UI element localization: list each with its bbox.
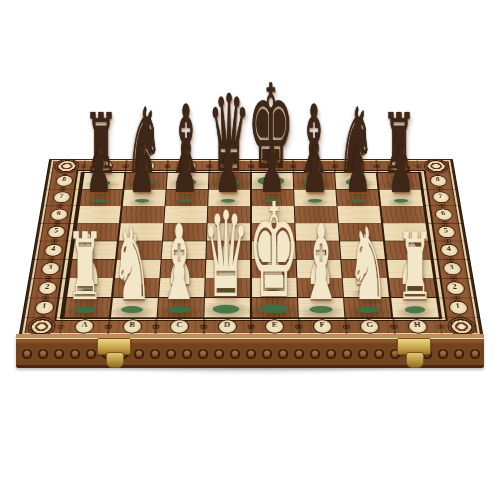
file-label-bottom-a: A bbox=[60, 318, 110, 335]
square-e4 bbox=[252, 241, 295, 259]
square-g7 bbox=[337, 189, 380, 205]
square-c6 bbox=[164, 206, 207, 223]
square-f2 bbox=[297, 278, 342, 297]
square-f7 bbox=[294, 189, 336, 205]
coordinate-label: E bbox=[265, 319, 284, 333]
square-d1 bbox=[205, 298, 250, 317]
square-d7 bbox=[209, 189, 251, 205]
square-e8 bbox=[252, 173, 293, 189]
square-b8 bbox=[124, 173, 166, 189]
square-e3 bbox=[252, 260, 296, 278]
square-f5 bbox=[295, 224, 338, 241]
square-h8 bbox=[377, 173, 420, 189]
coordinate-label: E bbox=[263, 160, 280, 171]
file-label-top-e: E bbox=[251, 159, 293, 172]
file-label-top-h: H bbox=[376, 159, 419, 172]
square-c2 bbox=[159, 278, 204, 297]
square-g6 bbox=[338, 206, 381, 223]
square-a6 bbox=[77, 206, 121, 223]
square-c4 bbox=[162, 241, 206, 259]
square-a1 bbox=[64, 298, 112, 317]
square-f1 bbox=[298, 298, 344, 317]
square-g2 bbox=[343, 278, 389, 297]
file-label-bottom-c: C bbox=[155, 318, 203, 335]
square-e7 bbox=[252, 189, 294, 205]
square-a4 bbox=[72, 241, 117, 259]
square-a7 bbox=[80, 189, 123, 205]
square-f8 bbox=[294, 173, 336, 189]
square-d4 bbox=[207, 241, 250, 259]
coordinate-label: 5 bbox=[46, 226, 66, 238]
file-label-bottom-h: H bbox=[393, 318, 443, 335]
square-f4 bbox=[296, 241, 340, 259]
square-a8 bbox=[82, 173, 125, 189]
rank-label-right-1: 1 bbox=[437, 298, 479, 318]
square-a5 bbox=[75, 224, 120, 241]
board-frame: ABCDEFGHABCDEFGH8765432187654321 bbox=[20, 159, 482, 335]
ground-shadow bbox=[25, 366, 475, 380]
square-g8 bbox=[336, 173, 378, 189]
file-label-top-b: B bbox=[125, 159, 168, 172]
coordinate-label: 2 bbox=[445, 281, 466, 294]
playing-area bbox=[62, 173, 440, 318]
file-label-bottom-d: D bbox=[203, 318, 251, 335]
file-label-top-f: F bbox=[293, 159, 336, 172]
square-d6 bbox=[208, 206, 250, 223]
square-c5 bbox=[163, 224, 206, 241]
coordinate-label: F bbox=[312, 319, 332, 333]
coordinate-label: 6 bbox=[49, 208, 69, 220]
coordinate-label: C bbox=[179, 160, 197, 171]
square-c7 bbox=[166, 189, 208, 205]
square-b6 bbox=[121, 206, 164, 223]
square-d3 bbox=[206, 260, 250, 278]
coordinate-label: 8 bbox=[54, 175, 73, 186]
file-label-bottom-e: E bbox=[251, 318, 299, 335]
file-label-bottom-f: F bbox=[298, 318, 346, 335]
square-h1 bbox=[391, 298, 439, 317]
coordinate-label: 8 bbox=[429, 175, 448, 186]
coordinate-label: D bbox=[217, 319, 236, 333]
file-label-top-c: C bbox=[167, 159, 210, 172]
coordinate-label: B bbox=[137, 160, 155, 171]
square-h5 bbox=[383, 224, 428, 241]
rank-label-left-1: 1 bbox=[23, 298, 65, 318]
coordinate-label: D bbox=[221, 160, 238, 171]
square-e5 bbox=[252, 224, 295, 241]
file-label-top-a: A bbox=[83, 159, 126, 172]
coordinate-label: G bbox=[347, 160, 365, 171]
coordinate-label: H bbox=[407, 319, 428, 333]
square-c3 bbox=[161, 260, 206, 278]
square-c1 bbox=[158, 298, 204, 317]
square-b7 bbox=[123, 189, 166, 205]
square-h4 bbox=[385, 241, 430, 259]
square-b5 bbox=[119, 224, 163, 241]
square-h7 bbox=[379, 189, 422, 205]
square-f6 bbox=[295, 206, 338, 223]
square-g4 bbox=[340, 241, 385, 259]
box-front-edge bbox=[16, 334, 484, 368]
file-label-bottom-g: G bbox=[345, 318, 394, 335]
square-d2 bbox=[205, 278, 250, 297]
square-e6 bbox=[252, 206, 294, 223]
coordinate-label: 5 bbox=[436, 226, 456, 238]
square-e2 bbox=[252, 278, 297, 297]
square-d5 bbox=[207, 224, 250, 241]
coordinate-label: 2 bbox=[37, 281, 58, 294]
brass-clasp-right bbox=[397, 338, 431, 355]
square-b4 bbox=[117, 241, 162, 259]
square-a3 bbox=[69, 260, 115, 278]
square-h6 bbox=[381, 206, 425, 223]
square-b3 bbox=[115, 260, 160, 278]
coordinate-label: 7 bbox=[52, 192, 71, 204]
coordinate-label: H bbox=[388, 160, 406, 171]
coordinate-label: C bbox=[170, 319, 190, 333]
chess-board: ABCDEFGHABCDEFGH8765432187654321 bbox=[19, 159, 484, 336]
square-g1 bbox=[344, 298, 391, 317]
coordinate-label: 3 bbox=[40, 262, 60, 275]
coordinate-label: F bbox=[305, 160, 323, 171]
square-b2 bbox=[113, 278, 159, 297]
square-e1 bbox=[252, 298, 297, 317]
coordinate-label: G bbox=[360, 319, 381, 333]
coordinate-label: 7 bbox=[431, 192, 450, 204]
coordinate-label: 1 bbox=[33, 301, 54, 315]
square-d8 bbox=[209, 173, 250, 189]
square-g3 bbox=[342, 260, 387, 278]
brass-clasp-left bbox=[97, 338, 131, 355]
file-label-top-d: D bbox=[209, 159, 251, 172]
square-f3 bbox=[297, 260, 342, 278]
coordinate-label: 6 bbox=[434, 208, 454, 220]
coordinate-label: A bbox=[74, 319, 95, 333]
coordinate-label: A bbox=[95, 160, 113, 171]
square-h2 bbox=[389, 278, 436, 297]
file-label-top-g: G bbox=[334, 159, 377, 172]
square-h3 bbox=[387, 260, 433, 278]
coordinate-label: 4 bbox=[43, 244, 63, 257]
coordinate-label: 4 bbox=[439, 244, 459, 257]
coordinate-label: B bbox=[122, 319, 143, 333]
chess-set-photo: ABCDEFGHABCDEFGH8765432187654321 ♜♞♝♛♚♝♞… bbox=[0, 0, 500, 500]
coordinate-label: 3 bbox=[442, 262, 462, 275]
square-g5 bbox=[339, 224, 383, 241]
square-a2 bbox=[67, 278, 114, 297]
coordinate-label: 1 bbox=[447, 301, 468, 315]
square-c8 bbox=[167, 173, 209, 189]
file-label-bottom-b: B bbox=[107, 318, 156, 335]
square-b1 bbox=[111, 298, 158, 317]
